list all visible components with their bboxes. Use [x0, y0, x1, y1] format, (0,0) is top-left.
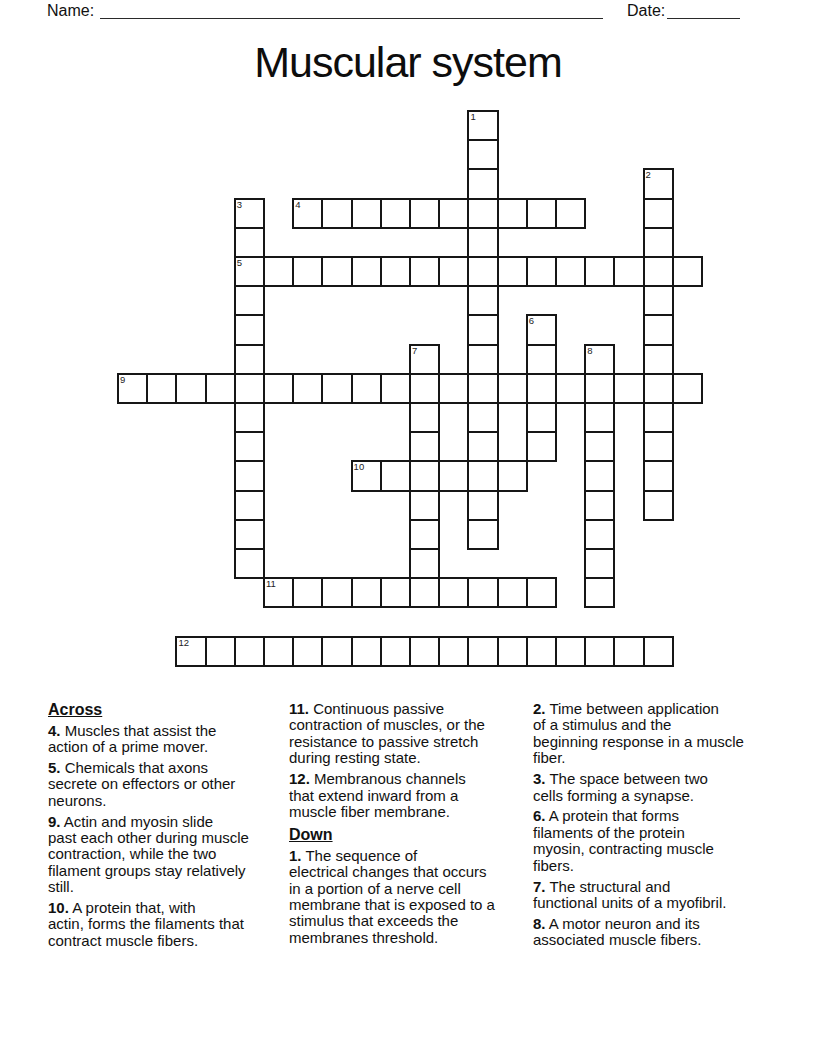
crossword-cell[interactable]: [584, 373, 615, 404]
crossword-cell[interactable]: [321, 577, 352, 608]
crossword-cell[interactable]: 12: [175, 636, 206, 667]
crossword-cell[interactable]: [555, 256, 586, 287]
crossword-cell[interactable]: [467, 490, 498, 521]
crossword-cell[interactable]: [234, 548, 265, 579]
crossword-cell[interactable]: [467, 431, 498, 462]
cell-number: 3: [237, 200, 242, 210]
crossword-cell[interactable]: [467, 256, 498, 287]
crossword-cell[interactable]: [234, 285, 265, 316]
across-header: Across: [48, 701, 286, 718]
crossword-cell[interactable]: [584, 548, 615, 579]
crossword-cell[interactable]: [643, 256, 674, 287]
crossword-cell[interactable]: [467, 139, 498, 170]
name-blank-line: [100, 18, 603, 19]
crossword-cell[interactable]: [409, 548, 440, 579]
clue-number-label: 5.: [48, 759, 61, 776]
crossword-cell[interactable]: [234, 490, 265, 521]
crossword-cell[interactable]: [321, 636, 352, 667]
crossword-cell[interactable]: [234, 460, 265, 491]
crossword-cell[interactable]: [438, 198, 469, 229]
crossword-cell[interactable]: [292, 256, 323, 287]
crossword-cell[interactable]: [409, 460, 440, 491]
crossword-cell[interactable]: [555, 373, 586, 404]
crossword-cell[interactable]: [643, 314, 674, 345]
crossword-cell[interactable]: [234, 314, 265, 345]
crossword-cell[interactable]: [438, 373, 469, 404]
crossword-cell[interactable]: [467, 344, 498, 375]
crossword-cell[interactable]: [497, 460, 528, 491]
clue-across-12: 12. Membranous channelsthat extend inwar…: [289, 771, 529, 820]
clue-down-3: 3. The space between twocells forming a …: [533, 771, 775, 804]
crossword-cell[interactable]: [467, 460, 498, 491]
cell-number: 10: [354, 462, 365, 472]
crossword-cell[interactable]: [467, 227, 498, 258]
crossword-cell[interactable]: [438, 636, 469, 667]
clue-number-label: 3.: [533, 770, 546, 787]
crossword-cell[interactable]: [526, 373, 557, 404]
topbar: Name: Date:: [0, 0, 816, 24]
crossword-cell[interactable]: [497, 373, 528, 404]
crossword-cell[interactable]: [643, 460, 674, 491]
clue-down-2: 2. Time between applicationof a stimulus…: [533, 701, 775, 767]
cell-number: 11: [266, 579, 276, 589]
name-label: Name:: [47, 2, 94, 20]
crossword-cell[interactable]: [321, 198, 352, 229]
crossword-cell[interactable]: [351, 636, 382, 667]
crossword-cell[interactable]: 6: [526, 314, 557, 345]
clues-column-2: 11. Continuous passivecontraction of mus…: [289, 701, 529, 946]
crossword-cell[interactable]: [526, 431, 557, 462]
clue-number-label: 12.: [289, 770, 310, 787]
crossword-cell[interactable]: [175, 373, 206, 404]
crossword-cell[interactable]: [234, 227, 265, 258]
crossword-cell[interactable]: [292, 373, 323, 404]
crossword-cell[interactable]: [584, 460, 615, 491]
crossword-cell[interactable]: [292, 636, 323, 667]
clue-down-6: 6. A protein that formsfilaments of the …: [533, 808, 775, 874]
crossword-cell[interactable]: [409, 577, 440, 608]
crossword-cell[interactable]: [409, 490, 440, 521]
crossword-cell[interactable]: [467, 314, 498, 345]
crossword-cell[interactable]: [234, 402, 265, 433]
crossword-cell[interactable]: 1: [467, 110, 498, 141]
crossword-cell[interactable]: [380, 460, 411, 491]
crossword-cell[interactable]: 11: [263, 577, 294, 608]
clue-number-label: 4.: [48, 722, 61, 739]
crossword-cell[interactable]: [526, 636, 557, 667]
crossword-cell[interactable]: [497, 636, 528, 667]
crossword-cell[interactable]: [613, 373, 644, 404]
down-header: Down: [289, 826, 529, 843]
clue-across-9: 9. Actin and myosin slidepast each other…: [48, 814, 286, 896]
crossword-cell[interactable]: [643, 227, 674, 258]
crossword-cell[interactable]: [526, 344, 557, 375]
crossword-cell[interactable]: [584, 431, 615, 462]
crossword-cell[interactable]: [321, 373, 352, 404]
crossword-cell[interactable]: [467, 373, 498, 404]
crossword-cell[interactable]: [321, 256, 352, 287]
crossword-cell[interactable]: [467, 285, 498, 316]
crossword-cell[interactable]: [584, 636, 615, 667]
cell-number: 4: [295, 200, 300, 210]
clue-down-8: 8. A motor neuron and itsassociated musc…: [533, 916, 775, 949]
crossword-cell[interactable]: [643, 344, 674, 375]
crossword-cell[interactable]: [643, 490, 674, 521]
cell-number: 7: [412, 346, 417, 356]
crossword-cell[interactable]: [526, 577, 557, 608]
crossword-cell[interactable]: 9: [117, 373, 148, 404]
worksheet-page: { "header": { "name_label": "Name:", "da…: [0, 0, 816, 1056]
crossword-cell[interactable]: [380, 198, 411, 229]
clue-down-7: 7. The structural andfunctional units of…: [533, 879, 775, 912]
crossword-cell[interactable]: [438, 460, 469, 491]
crossword-cell[interactable]: [205, 636, 236, 667]
clue-number-label: 6.: [533, 807, 546, 824]
clue-number-label: 8.: [533, 915, 546, 932]
crossword-cell[interactable]: [526, 402, 557, 433]
cell-number: 8: [587, 346, 592, 356]
crossword-cell[interactable]: [555, 636, 586, 667]
crossword-cell[interactable]: [263, 373, 294, 404]
cell-number: 2: [646, 170, 651, 180]
crossword-cell[interactable]: [351, 198, 382, 229]
crossword-cell[interactable]: [467, 168, 498, 199]
clue-across-4: 4. Muscles that assist theaction of a pr…: [48, 723, 286, 756]
crossword-cell[interactable]: [467, 402, 498, 433]
crossword-cell[interactable]: 5: [234, 256, 265, 287]
crossword-cell[interactable]: [380, 577, 411, 608]
crossword-cell[interactable]: [263, 636, 294, 667]
cell-number: 9: [120, 375, 125, 385]
crossword-cell[interactable]: 8: [584, 344, 615, 375]
crossword-cell[interactable]: [584, 519, 615, 550]
cell-number: 1: [470, 112, 475, 122]
crossword-cell[interactable]: [351, 577, 382, 608]
crossword-cell[interactable]: [467, 519, 498, 550]
crossword-cell[interactable]: [467, 198, 498, 229]
crossword-cell[interactable]: [526, 198, 557, 229]
clue-across-11: 11. Continuous passivecontraction of mus…: [289, 701, 529, 767]
cell-number: 5: [237, 258, 242, 268]
crossword-cell[interactable]: [613, 636, 644, 667]
crossword-cell[interactable]: [380, 636, 411, 667]
clue-number-label: 1.: [289, 847, 302, 864]
crossword-cell[interactable]: [409, 636, 440, 667]
crossword-cell[interactable]: [409, 256, 440, 287]
crossword-cell[interactable]: 7: [409, 344, 440, 375]
crossword-cell[interactable]: [409, 402, 440, 433]
crossword-cell[interactable]: [234, 431, 265, 462]
crossword-cell[interactable]: [643, 431, 674, 462]
crossword-cell[interactable]: [409, 431, 440, 462]
clue-number-label: 10.: [48, 899, 69, 916]
crossword-cell[interactable]: [234, 636, 265, 667]
crossword-cell[interactable]: [643, 636, 674, 667]
crossword-cell[interactable]: [643, 402, 674, 433]
crossword-cell[interactable]: [234, 344, 265, 375]
crossword-cell[interactable]: [672, 256, 703, 287]
crossword-cell[interactable]: [263, 256, 294, 287]
crossword-cell[interactable]: [234, 373, 265, 404]
crossword-grid: 123456789101112: [117, 110, 703, 666]
crossword-cell[interactable]: [526, 256, 557, 287]
crossword-cell[interactable]: [643, 198, 674, 229]
clue-number-label: 7.: [533, 878, 546, 895]
crossword-cell[interactable]: [467, 636, 498, 667]
crossword-cell[interactable]: [613, 256, 644, 287]
crossword-cell[interactable]: [438, 256, 469, 287]
crossword-cell[interactable]: 2: [643, 168, 674, 199]
crossword-cell[interactable]: [584, 402, 615, 433]
crossword-cell[interactable]: [584, 490, 615, 521]
date-blank-line: [667, 18, 740, 19]
crossword-cell[interactable]: [409, 519, 440, 550]
crossword-cell[interactable]: [643, 373, 674, 404]
crossword-cell[interactable]: [438, 577, 469, 608]
crossword-cell[interactable]: [292, 577, 323, 608]
crossword-cell[interactable]: [497, 256, 528, 287]
crossword-cell[interactable]: [351, 256, 382, 287]
crossword-cell[interactable]: [380, 256, 411, 287]
crossword-cell[interactable]: [205, 373, 236, 404]
crossword-cell[interactable]: [643, 285, 674, 316]
clue-number-label: 11.: [289, 700, 309, 717]
crossword-cell[interactable]: [351, 373, 382, 404]
crossword-cell[interactable]: [672, 373, 703, 404]
crossword-cell[interactable]: [584, 577, 615, 608]
cell-number: 12: [178, 638, 189, 648]
crossword-cell[interactable]: [409, 373, 440, 404]
crossword-cell[interactable]: [497, 198, 528, 229]
crossword-cell[interactable]: 4: [292, 198, 323, 229]
crossword-cell[interactable]: [584, 256, 615, 287]
crossword-cell[interactable]: [234, 519, 265, 550]
date-label: Date:: [627, 2, 665, 20]
crossword-cell[interactable]: 3: [234, 198, 265, 229]
crossword-cell[interactable]: 10: [351, 460, 382, 491]
crossword-cell[interactable]: [555, 198, 586, 229]
clues-column-3: 2. Time between applicationof a stimulus…: [533, 701, 775, 949]
cell-number: 6: [529, 316, 534, 326]
clue-across-10: 10. A protein that, withactin, forms the…: [48, 900, 286, 949]
clue-across-5: 5. Chemicals that axonssecrete on effect…: [48, 760, 286, 809]
crossword-cell[interactable]: [380, 373, 411, 404]
page-title: Muscular system: [0, 38, 816, 87]
clues-column-1: Across4. Muscles that assist theaction o…: [48, 701, 286, 949]
clue-down-1: 1. The sequence ofelectrical changes tha…: [289, 848, 529, 946]
crossword-cell[interactable]: [146, 373, 177, 404]
crossword-cell[interactable]: [409, 198, 440, 229]
crossword-cell[interactable]: [467, 577, 498, 608]
clue-number-label: 9.: [48, 813, 61, 830]
crossword-cell[interactable]: [497, 577, 528, 608]
clue-number-label: 2.: [533, 700, 546, 717]
